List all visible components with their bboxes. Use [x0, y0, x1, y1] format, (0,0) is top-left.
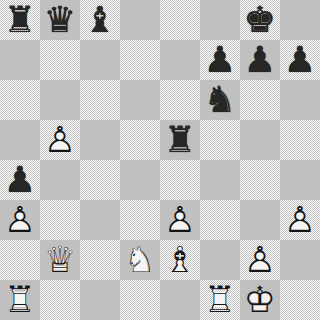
square-h1[interactable]	[280, 280, 320, 320]
square-g8[interactable]: ♚	[240, 0, 280, 40]
square-c4[interactable]	[80, 160, 120, 200]
black-rook-icon: ♜	[0, 0, 40, 40]
white-rook[interactable]: ♜♖	[200, 280, 240, 320]
square-a8[interactable]: ♜	[0, 0, 40, 40]
black-queen[interactable]: ♛	[40, 0, 80, 40]
square-h6[interactable]	[280, 80, 320, 120]
square-f7[interactable]: ♟	[200, 40, 240, 80]
square-d3[interactable]	[120, 200, 160, 240]
chessboard-window: ♜♛♝♚♟♟♟♞♟♙♜♟♟♙♟♙♟♙♛♕♞♘♝♗♟♙♜♖♜♖♚♔	[0, 0, 320, 320]
white-bishop-icon: ♗	[160, 240, 200, 280]
square-c7[interactable]	[80, 40, 120, 80]
square-b7[interactable]	[40, 40, 80, 80]
square-d1[interactable]	[120, 280, 160, 320]
square-c3[interactable]	[80, 200, 120, 240]
black-pawn-icon: ♟	[280, 40, 320, 80]
white-pawn-icon: ♙	[40, 120, 80, 160]
white-rook-icon: ♖	[200, 280, 240, 320]
square-f5[interactable]	[200, 120, 240, 160]
black-pawn[interactable]: ♟	[0, 160, 40, 200]
square-h2[interactable]	[280, 240, 320, 280]
square-f4[interactable]	[200, 160, 240, 200]
square-c2[interactable]	[80, 240, 120, 280]
square-h4[interactable]	[280, 160, 320, 200]
square-a4[interactable]: ♟	[0, 160, 40, 200]
square-c6[interactable]	[80, 80, 120, 120]
square-a5[interactable]	[0, 120, 40, 160]
square-g7[interactable]: ♟	[240, 40, 280, 80]
square-a7[interactable]	[0, 40, 40, 80]
white-queen[interactable]: ♛♕	[40, 240, 80, 280]
white-bishop[interactable]: ♝♗	[160, 240, 200, 280]
square-a3[interactable]: ♟♙	[0, 200, 40, 240]
square-g6[interactable]	[240, 80, 280, 120]
black-knight[interactable]: ♞	[200, 80, 240, 120]
white-pawn-icon: ♙	[240, 240, 280, 280]
black-knight-icon: ♞	[200, 80, 240, 120]
white-pawn[interactable]: ♟♙	[280, 200, 320, 240]
white-knight[interactable]: ♞♘	[120, 240, 160, 280]
square-g2[interactable]: ♟♙	[240, 240, 280, 280]
square-b1[interactable]	[40, 280, 80, 320]
square-a6[interactable]	[0, 80, 40, 120]
square-e6[interactable]	[160, 80, 200, 120]
square-f6[interactable]: ♞	[200, 80, 240, 120]
square-e2[interactable]: ♝♗	[160, 240, 200, 280]
black-king[interactable]: ♚	[240, 0, 280, 40]
square-e8[interactable]	[160, 0, 200, 40]
square-e5[interactable]: ♜	[160, 120, 200, 160]
square-e7[interactable]	[160, 40, 200, 80]
square-c5[interactable]	[80, 120, 120, 160]
square-g1[interactable]: ♚♔	[240, 280, 280, 320]
square-g3[interactable]	[240, 200, 280, 240]
square-d8[interactable]	[120, 0, 160, 40]
black-pawn[interactable]: ♟	[240, 40, 280, 80]
white-pawn-icon: ♙	[160, 200, 200, 240]
square-d5[interactable]	[120, 120, 160, 160]
square-f8[interactable]	[200, 0, 240, 40]
black-king-icon: ♚	[240, 0, 280, 40]
square-d7[interactable]	[120, 40, 160, 80]
white-king[interactable]: ♚♔	[240, 280, 280, 320]
black-pawn[interactable]: ♟	[280, 40, 320, 80]
black-queen-icon: ♛	[40, 0, 80, 40]
black-rook[interactable]: ♜	[0, 0, 40, 40]
square-e1[interactable]	[160, 280, 200, 320]
black-pawn-icon: ♟	[240, 40, 280, 80]
white-rook[interactable]: ♜♖	[0, 280, 40, 320]
square-b8[interactable]: ♛	[40, 0, 80, 40]
white-pawn-icon: ♙	[280, 200, 320, 240]
black-pawn[interactable]: ♟	[200, 40, 240, 80]
black-pawn-icon: ♟	[0, 160, 40, 200]
white-king-icon: ♔	[240, 280, 280, 320]
square-b6[interactable]	[40, 80, 80, 120]
square-a2[interactable]	[0, 240, 40, 280]
square-c8[interactable]: ♝	[80, 0, 120, 40]
white-rook-icon: ♖	[0, 280, 40, 320]
square-e4[interactable]	[160, 160, 200, 200]
white-queen-icon: ♕	[40, 240, 80, 280]
black-pawn-icon: ♟	[200, 40, 240, 80]
white-pawn[interactable]: ♟♙	[240, 240, 280, 280]
square-b3[interactable]	[40, 200, 80, 240]
square-g5[interactable]	[240, 120, 280, 160]
white-pawn[interactable]: ♟♙	[0, 200, 40, 240]
black-bishop[interactable]: ♝	[80, 0, 120, 40]
square-f3[interactable]	[200, 200, 240, 240]
square-h5[interactable]	[280, 120, 320, 160]
square-b4[interactable]	[40, 160, 80, 200]
white-pawn-icon: ♙	[0, 200, 40, 240]
white-pawn[interactable]: ♟♙	[160, 200, 200, 240]
square-a1[interactable]: ♜♖	[0, 280, 40, 320]
square-h3[interactable]: ♟♙	[280, 200, 320, 240]
square-d6[interactable]	[120, 80, 160, 120]
square-h8[interactable]	[280, 0, 320, 40]
square-d4[interactable]	[120, 160, 160, 200]
square-b5[interactable]: ♟♙	[40, 120, 80, 160]
black-bishop-icon: ♝	[80, 0, 120, 40]
square-f1[interactable]: ♜♖	[200, 280, 240, 320]
white-knight-icon: ♘	[120, 240, 160, 280]
square-e3[interactable]: ♟♙	[160, 200, 200, 240]
square-g4[interactable]	[240, 160, 280, 200]
black-rook-icon: ♜	[160, 120, 200, 160]
square-d2[interactable]: ♞♘	[120, 240, 160, 280]
chess-board: ♜♛♝♚♟♟♟♞♟♙♜♟♟♙♟♙♟♙♛♕♞♘♝♗♟♙♜♖♜♖♚♔	[0, 0, 320, 320]
square-b2[interactable]: ♛♕	[40, 240, 80, 280]
square-f2[interactable]	[200, 240, 240, 280]
black-rook[interactable]: ♜	[160, 120, 200, 160]
white-pawn[interactable]: ♟♙	[40, 120, 80, 160]
square-c1[interactable]	[80, 280, 120, 320]
square-h7[interactable]: ♟	[280, 40, 320, 80]
